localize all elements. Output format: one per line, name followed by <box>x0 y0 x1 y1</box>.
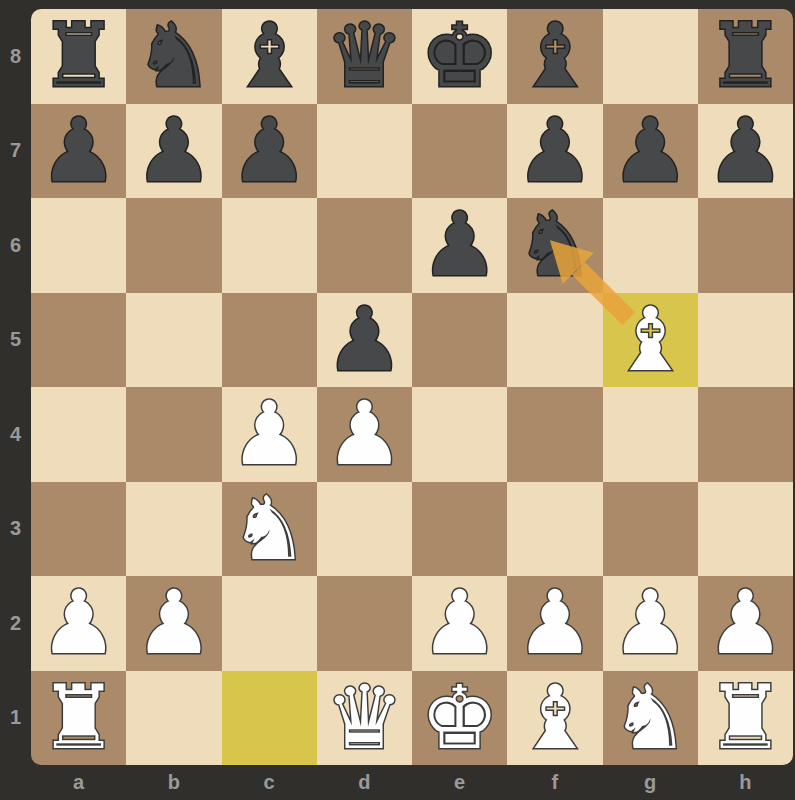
square-b4[interactable] <box>126 387 221 482</box>
file-label-g: g <box>603 765 698 800</box>
square-g6[interactable] <box>603 198 698 293</box>
black-pawn-a7[interactable]: ♟ <box>39 107 118 195</box>
square-d1[interactable]: ♛ <box>317 671 412 766</box>
square-h5[interactable] <box>698 293 793 388</box>
black-bishop-f8[interactable]: ♝ <box>515 12 594 100</box>
square-f2[interactable]: ♟ <box>507 576 602 671</box>
square-a6[interactable] <box>31 198 126 293</box>
square-b1[interactable] <box>126 671 221 766</box>
square-a2[interactable]: ♟ <box>31 576 126 671</box>
black-pawn-f7[interactable]: ♟ <box>515 107 594 195</box>
square-b6[interactable] <box>126 198 221 293</box>
square-b8[interactable]: ♞ <box>126 9 221 104</box>
square-f5[interactable] <box>507 293 602 388</box>
rank-label-2: 2 <box>0 576 31 671</box>
rank-label-6: 6 <box>0 198 31 293</box>
black-pawn-b7[interactable]: ♟ <box>134 107 213 195</box>
square-c2[interactable] <box>222 576 317 671</box>
square-a1[interactable]: ♜ <box>31 671 126 766</box>
square-e3[interactable] <box>412 482 507 577</box>
white-knight-g1[interactable]: ♞ <box>611 674 690 762</box>
square-f6[interactable]: ♞ <box>507 198 602 293</box>
square-g5[interactable]: ♝ <box>603 293 698 388</box>
file-label-c: c <box>222 765 317 800</box>
square-b7[interactable]: ♟ <box>126 104 221 199</box>
square-g1[interactable]: ♞ <box>603 671 698 766</box>
file-label-e: e <box>412 765 507 800</box>
rank-label-8: 8 <box>0 9 31 104</box>
square-f8[interactable]: ♝ <box>507 9 602 104</box>
square-e4[interactable] <box>412 387 507 482</box>
square-h7[interactable]: ♟ <box>698 104 793 199</box>
black-pawn-e6[interactable]: ♟ <box>420 201 499 289</box>
white-bishop-g5[interactable]: ♝ <box>611 296 690 384</box>
square-d8[interactable]: ♛ <box>317 9 412 104</box>
rank-label-7: 7 <box>0 104 31 199</box>
black-pawn-c7[interactable]: ♟ <box>230 107 309 195</box>
square-c6[interactable] <box>222 198 317 293</box>
square-a4[interactable] <box>31 387 126 482</box>
white-queen-d1[interactable]: ♛ <box>325 674 404 762</box>
square-g7[interactable]: ♟ <box>603 104 698 199</box>
square-e7[interactable] <box>412 104 507 199</box>
black-pawn-g7[interactable]: ♟ <box>611 107 690 195</box>
square-a3[interactable] <box>31 482 126 577</box>
square-g4[interactable] <box>603 387 698 482</box>
square-d4[interactable]: ♟ <box>317 387 412 482</box>
black-knight-f6[interactable]: ♞ <box>515 201 594 289</box>
file-label-f: f <box>507 765 602 800</box>
square-e2[interactable]: ♟ <box>412 576 507 671</box>
file-label-b: b <box>126 765 221 800</box>
square-g2[interactable]: ♟ <box>603 576 698 671</box>
square-d6[interactable] <box>317 198 412 293</box>
white-pawn-e2[interactable]: ♟ <box>420 579 499 667</box>
black-rook-a8[interactable]: ♜ <box>39 12 118 100</box>
square-g3[interactable] <box>603 482 698 577</box>
square-h4[interactable] <box>698 387 793 482</box>
square-d7[interactable] <box>317 104 412 199</box>
square-h2[interactable]: ♟ <box>698 576 793 671</box>
square-e6[interactable]: ♟ <box>412 198 507 293</box>
square-b3[interactable] <box>126 482 221 577</box>
white-rook-h1[interactable]: ♜ <box>706 674 785 762</box>
file-label-a: a <box>31 765 126 800</box>
square-d2[interactable] <box>317 576 412 671</box>
white-knight-c3[interactable]: ♞ <box>230 485 309 573</box>
white-rook-a1[interactable]: ♜ <box>39 674 118 762</box>
white-pawn-a2[interactable]: ♟ <box>39 579 118 667</box>
square-a8[interactable]: ♜ <box>31 9 126 104</box>
square-a5[interactable] <box>31 293 126 388</box>
black-bishop-c8[interactable]: ♝ <box>230 12 309 100</box>
square-b2[interactable]: ♟ <box>126 576 221 671</box>
square-e5[interactable] <box>412 293 507 388</box>
file-labels: abcdefgh <box>31 765 793 800</box>
black-pawn-h7[interactable]: ♟ <box>706 107 785 195</box>
square-h6[interactable] <box>698 198 793 293</box>
square-c3[interactable]: ♞ <box>222 482 317 577</box>
rank-labels: 87654321 <box>0 9 31 765</box>
square-d3[interactable] <box>317 482 412 577</box>
white-bishop-f1[interactable]: ♝ <box>515 674 594 762</box>
square-c1[interactable] <box>222 671 317 766</box>
white-pawn-h2[interactable]: ♟ <box>706 579 785 667</box>
file-label-d: d <box>317 765 412 800</box>
square-d5[interactable]: ♟ <box>317 293 412 388</box>
white-pawn-d4[interactable]: ♟ <box>325 390 404 478</box>
square-h3[interactable] <box>698 482 793 577</box>
file-label-h: h <box>698 765 793 800</box>
square-c5[interactable] <box>222 293 317 388</box>
square-f4[interactable] <box>507 387 602 482</box>
square-f3[interactable] <box>507 482 602 577</box>
rank-label-1: 1 <box>0 671 31 766</box>
white-pawn-c4[interactable]: ♟ <box>230 390 309 478</box>
square-f7[interactable]: ♟ <box>507 104 602 199</box>
white-pawn-f2[interactable]: ♟ <box>515 579 594 667</box>
black-king-e8[interactable]: ♚ <box>420 12 499 100</box>
square-f1[interactable]: ♝ <box>507 671 602 766</box>
black-rook-h8[interactable]: ♜ <box>706 12 785 100</box>
black-queen-d8[interactable]: ♛ <box>325 12 404 100</box>
white-pawn-b2[interactable]: ♟ <box>134 579 213 667</box>
white-pawn-g2[interactable]: ♟ <box>611 579 690 667</box>
square-b5[interactable] <box>126 293 221 388</box>
black-knight-b8[interactable]: ♞ <box>134 12 213 100</box>
square-h1[interactable]: ♜ <box>698 671 793 766</box>
chess-board: ♜♞♝♛♚♝♜♟♟♟♟♟♟♟♞♟♝♟♟♞♟♟♟♟♟♟♜♛♚♝♞♜ <box>31 9 793 765</box>
rank-label-3: 3 <box>0 482 31 577</box>
square-g8[interactable] <box>603 9 698 104</box>
square-h8[interactable]: ♜ <box>698 9 793 104</box>
square-c7[interactable]: ♟ <box>222 104 317 199</box>
white-king-e1[interactable]: ♚ <box>420 674 499 762</box>
square-a7[interactable]: ♟ <box>31 104 126 199</box>
rank-label-4: 4 <box>0 387 31 482</box>
square-e1[interactable]: ♚ <box>412 671 507 766</box>
rank-label-5: 5 <box>0 293 31 388</box>
square-e8[interactable]: ♚ <box>412 9 507 104</box>
square-c8[interactable]: ♝ <box>222 9 317 104</box>
black-pawn-d5[interactable]: ♟ <box>325 296 404 384</box>
square-c4[interactable]: ♟ <box>222 387 317 482</box>
